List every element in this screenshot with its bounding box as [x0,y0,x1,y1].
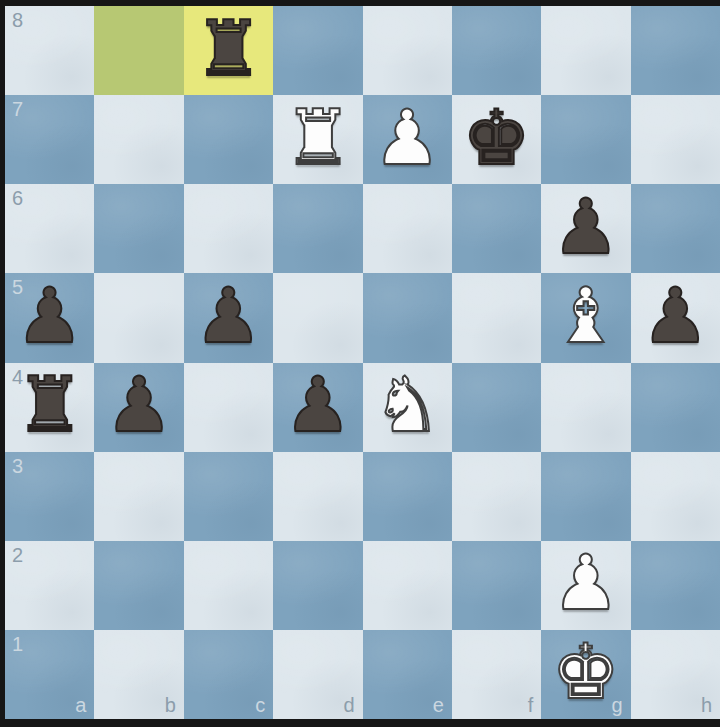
square-d8[interactable] [273,6,362,95]
rank-label-2: 2 [12,545,23,565]
file-label-e: e [433,695,444,715]
square-c6[interactable] [184,184,273,273]
square-d6[interactable] [273,184,362,273]
piece-black-rook[interactable]: ♜ [194,11,262,87]
piece-black-rook[interactable]: ♜ [16,367,84,443]
square-d4[interactable]: ♟ [273,363,362,452]
square-d2[interactable] [273,541,362,630]
file-label-a: a [75,695,86,715]
rank-label-7: 7 [12,99,23,119]
square-f6[interactable] [452,184,541,273]
piece-black-pawn[interactable]: ♟ [552,189,620,265]
square-e1[interactable]: e [363,630,452,719]
square-g7[interactable] [541,95,630,184]
square-e7[interactable]: ♟ [363,95,452,184]
square-f3[interactable] [452,452,541,541]
square-e2[interactable] [363,541,452,630]
square-h5[interactable]: ♟ [631,273,720,362]
square-b3[interactable] [94,452,183,541]
piece-black-pawn[interactable]: ♟ [16,278,84,354]
square-a1[interactable]: 1a [5,630,94,719]
square-f2[interactable] [452,541,541,630]
square-c1[interactable]: c [184,630,273,719]
rank-label-8: 8 [12,10,23,30]
piece-white-pawn[interactable]: ♟ [552,545,620,621]
square-d7[interactable]: ♜ [273,95,362,184]
piece-white-rook[interactable]: ♜ [284,100,352,176]
file-label-f: f [528,695,534,715]
piece-black-pawn[interactable]: ♟ [641,278,709,354]
square-e4[interactable]: ♞ [363,363,452,452]
square-f7[interactable]: ♚ [452,95,541,184]
square-h6[interactable] [631,184,720,273]
square-b1[interactable]: b [94,630,183,719]
app-background: 8♜7♜♟♚6♟5♟♟♝♟4♜♟♟♞32♟1abcdefg♚h [0,0,720,727]
piece-black-king[interactable]: ♚ [462,100,530,176]
piece-white-bishop[interactable]: ♝ [552,278,620,354]
file-label-b: b [165,695,176,715]
square-f1[interactable]: f [452,630,541,719]
square-a5[interactable]: 5♟ [5,273,94,362]
square-e8[interactable] [363,6,452,95]
square-g4[interactable] [541,363,630,452]
square-e3[interactable] [363,452,452,541]
square-h8[interactable] [631,6,720,95]
square-a4[interactable]: 4♜ [5,363,94,452]
square-c2[interactable] [184,541,273,630]
square-d3[interactable] [273,452,362,541]
square-f4[interactable] [452,363,541,452]
square-b2[interactable] [94,541,183,630]
piece-black-pawn[interactable]: ♟ [284,367,352,443]
piece-white-knight[interactable]: ♞ [373,367,441,443]
piece-white-pawn[interactable]: ♟ [373,100,441,176]
chess-board: 8♜7♜♟♚6♟5♟♟♝♟4♜♟♟♞32♟1abcdefg♚h [5,6,720,719]
file-label-d: d [343,695,354,715]
square-h4[interactable] [631,363,720,452]
file-label-c: c [255,695,265,715]
square-c8[interactable]: ♜ [184,6,273,95]
square-h3[interactable] [631,452,720,541]
square-g8[interactable] [541,6,630,95]
square-e6[interactable] [363,184,452,273]
square-b6[interactable] [94,184,183,273]
piece-black-pawn[interactable]: ♟ [105,367,173,443]
square-g3[interactable] [541,452,630,541]
square-h1[interactable]: h [631,630,720,719]
square-c5[interactable]: ♟ [184,273,273,362]
square-d1[interactable]: d [273,630,362,719]
square-g6[interactable]: ♟ [541,184,630,273]
square-c3[interactable] [184,452,273,541]
square-g5[interactable]: ♝ [541,273,630,362]
square-c7[interactable] [184,95,273,184]
square-c4[interactable] [184,363,273,452]
square-a6[interactable]: 6 [5,184,94,273]
rank-label-6: 6 [12,188,23,208]
square-f8[interactable] [452,6,541,95]
square-d5[interactable] [273,273,362,362]
square-h7[interactable] [631,95,720,184]
square-b5[interactable] [94,273,183,362]
rank-label-1: 1 [12,634,23,654]
piece-black-pawn[interactable]: ♟ [194,278,262,354]
square-g2[interactable]: ♟ [541,541,630,630]
square-b8[interactable] [94,6,183,95]
piece-white-king[interactable]: ♚ [552,634,620,710]
file-label-h: h [701,695,712,715]
square-a8[interactable]: 8 [5,6,94,95]
square-a7[interactable]: 7 [5,95,94,184]
square-f5[interactable] [452,273,541,362]
square-h2[interactable] [631,541,720,630]
square-b4[interactable]: ♟ [94,363,183,452]
square-e5[interactable] [363,273,452,362]
square-a3[interactable]: 3 [5,452,94,541]
rank-label-3: 3 [12,456,23,476]
square-a2[interactable]: 2 [5,541,94,630]
square-g1[interactable]: g♚ [541,630,630,719]
square-b7[interactable] [94,95,183,184]
